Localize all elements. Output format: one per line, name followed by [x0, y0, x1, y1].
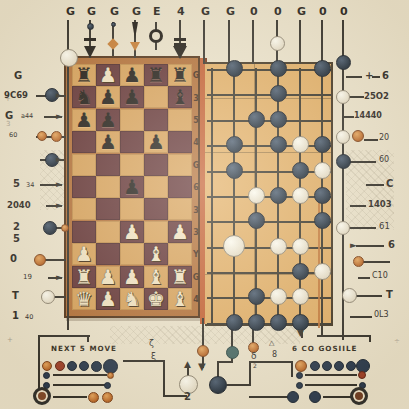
chess-piece-white: ♝: [144, 243, 168, 265]
ornament-spike-icon: [132, 22, 138, 39]
annotation-line: [67, 66, 69, 330]
annotation-text: 34: [26, 182, 34, 189]
annotation-text: T: [12, 291, 19, 301]
annotation-line: [350, 205, 366, 207]
chess-square: [168, 109, 192, 131]
go-stone-black: [248, 314, 265, 331]
annotation-text: T: [386, 290, 393, 300]
chess-square: [168, 198, 192, 220]
arrow-icon: ►: [56, 91, 63, 100]
go-stone-black: [248, 288, 265, 305]
chess-square: [144, 198, 168, 220]
annotation-text: 8: [272, 351, 277, 359]
chess-square: [144, 176, 168, 198]
chess-piece-white: ♞: [120, 288, 144, 310]
dot-orange: [61, 224, 69, 232]
corner-circle: [60, 49, 78, 67]
annotation-text: 0: [10, 254, 17, 264]
ornament-spike-icon: [173, 46, 187, 59]
go-stone-white: [248, 187, 265, 204]
annotation-line: [348, 96, 364, 98]
annotation-line: [299, 20, 301, 64]
chess-square: [168, 176, 192, 198]
annotation-line: [344, 116, 354, 118]
chess-piece-white: ♝: [144, 266, 168, 288]
chess-piece-white: ♜: [72, 266, 96, 288]
ornament-spike-icon: [130, 42, 140, 51]
chess-square: [96, 154, 120, 176]
chess-piece-black: ♜: [144, 64, 168, 86]
annotation-text: 61: [379, 222, 390, 231]
dot-white: [342, 288, 357, 303]
dot-white: [270, 36, 285, 51]
annotation-line: [217, 361, 233, 363]
dot-navy: [104, 382, 111, 389]
annotation-text: +: [5, 96, 11, 103]
go-stone-black: [292, 263, 309, 280]
dot-navy: [296, 382, 303, 389]
go-stone-black: [248, 111, 265, 128]
go-grid-line: [207, 221, 331, 223]
go-grid-line: [207, 94, 331, 96]
top-letter: 4: [177, 6, 185, 17]
dot-orange: [107, 372, 114, 379]
go-stone-white: [223, 235, 245, 257]
go-stone-white: [270, 288, 287, 305]
annotation-text: δ: [251, 352, 257, 361]
annotation-text: C: [386, 179, 393, 189]
annotation-text: 2040: [7, 201, 31, 210]
ringed-circle: [33, 387, 51, 405]
go-stone-black: [314, 60, 331, 77]
chess-piece-black: ♟: [120, 64, 144, 86]
chess-piece-white: ♟: [120, 266, 144, 288]
dot-black: [43, 221, 57, 235]
top-letter: E: [153, 6, 161, 17]
chess-square: [72, 221, 96, 243]
dot-orange: [34, 254, 46, 266]
arrow-icon: ▲: [184, 360, 191, 369]
annotation-text: 60: [379, 156, 389, 164]
dot-navy: [43, 372, 50, 379]
chess-piece-black: ♟: [96, 86, 120, 108]
go-grid-line: [207, 196, 331, 198]
annotation-text: C10: [372, 272, 388, 280]
go-stone-black: [314, 136, 331, 153]
top-letter: G: [297, 6, 306, 17]
chess-square: [72, 198, 96, 220]
annotation-line: [53, 384, 107, 386]
annotation-text: 60: [9, 132, 17, 139]
go-stone-black: [248, 212, 265, 229]
dot-navy: [91, 361, 102, 372]
annotation-line: [123, 360, 165, 362]
annotation-line: [87, 335, 89, 342]
annotation-text: ζ: [149, 339, 154, 348]
dot-navy: [309, 391, 321, 403]
annotation-line: [346, 76, 362, 78]
chess-piece-white: ♟: [168, 221, 192, 243]
go-stone-white: [292, 136, 309, 153]
annotation-text: 6: [388, 240, 395, 250]
annotation-line: [350, 316, 372, 318]
chess-piece-white: ♝: [168, 288, 192, 310]
go-stone-black: [270, 187, 287, 204]
top-letter: G: [201, 6, 210, 17]
annotation-line: [163, 360, 165, 397]
annotation-line: [53, 396, 87, 398]
annotation-text: 5: [13, 234, 20, 244]
annotation-line: [305, 374, 357, 376]
annotation-text: 14440: [354, 112, 382, 120]
dot-orange: [295, 360, 307, 372]
go-stone-black: [226, 314, 243, 331]
dot-orange: [352, 130, 364, 142]
chess-square: [96, 221, 120, 243]
go-stone-black: [270, 136, 287, 153]
annotation-line: [358, 277, 370, 279]
annotation-line: [323, 396, 353, 398]
dot-teal: [226, 346, 239, 359]
arrow-icon: ►: [56, 273, 63, 282]
chess-square: [96, 176, 120, 198]
chess-piece-black: ♞: [72, 86, 96, 108]
chess-piece-white: ♟: [96, 266, 120, 288]
annotation-text: 1403: [368, 200, 392, 209]
top-letter: 0: [340, 6, 348, 17]
dot-black: [336, 55, 351, 70]
go-stone-black: [226, 60, 243, 77]
chess-square: [168, 154, 192, 176]
annotation-line: [348, 161, 376, 163]
go-stone-white: [314, 162, 331, 179]
chess-square: [120, 131, 144, 153]
arrow-icon: ►: [56, 155, 63, 164]
annotation-text: a44: [21, 113, 33, 120]
go-stone-black: [270, 60, 287, 77]
dot-white: [336, 90, 350, 104]
arrow-icon: ►: [350, 241, 357, 250]
chess-square: [120, 198, 144, 220]
annotation-line: [364, 139, 378, 141]
annotation-line: [227, 384, 251, 386]
annotation-line: [38, 335, 90, 337]
go-stone-white: [314, 263, 331, 280]
chess-square: [120, 154, 144, 176]
chess-piece-black: ♜: [72, 64, 96, 86]
go-grid-line: [207, 297, 331, 299]
dot-black: [111, 22, 116, 27]
annotation-text: 6: [382, 71, 389, 81]
dot-orange: [102, 392, 113, 403]
top-letter: 0: [274, 6, 282, 17]
annotation-line: [369, 335, 371, 342]
go-stone-white: [270, 238, 287, 255]
annotation-text: 5: [13, 179, 20, 189]
annotation-line: [252, 20, 254, 64]
dot-navy: [67, 361, 77, 371]
next-move-black-stone: [209, 376, 227, 394]
chess-square: [144, 154, 168, 176]
annotation-line: [44, 259, 66, 261]
dot-navy: [79, 361, 89, 371]
top-letter: 0: [250, 6, 258, 17]
chess-square: [144, 86, 168, 108]
chess-piece-white: ♚: [144, 288, 168, 310]
annotation-text: +: [365, 71, 373, 81]
go-grid-line: [207, 120, 331, 122]
annotation-text: ξ: [151, 352, 156, 361]
chess-piece-black: ♟: [96, 131, 120, 153]
go-stone-black: [292, 162, 309, 179]
go-stone-black: [226, 162, 243, 179]
dot-rust: [55, 361, 65, 371]
chess-square: [72, 154, 96, 176]
top-letter: G: [226, 6, 235, 17]
annotation-line: [305, 384, 357, 386]
go-stone-black: [270, 111, 287, 128]
chess-square: [168, 243, 192, 265]
annotation-text: 20: [379, 134, 389, 142]
go-stone-white: [292, 187, 309, 204]
chess-square: [96, 198, 120, 220]
annotation-text: 1: [12, 311, 19, 321]
dot-navy: [296, 372, 303, 379]
annotation-text: 2: [253, 363, 257, 369]
dot-rust: [358, 371, 366, 379]
dot-navy: [346, 361, 356, 371]
go-stone-black: [314, 187, 331, 204]
annotation-line: [362, 261, 390, 263]
annotation-line: [54, 296, 66, 298]
ringed-circle: [350, 387, 368, 405]
dot-white: [41, 290, 55, 304]
dot-orange: [353, 256, 364, 267]
annotation-text: G: [14, 71, 22, 81]
dot-navy: [287, 391, 299, 403]
go-stone-white: [292, 238, 309, 255]
top-letter: G: [110, 6, 119, 17]
top-letter: G: [87, 6, 96, 17]
ornament-spike-icon: [84, 46, 96, 58]
chess-piece-black: ♜: [168, 64, 192, 86]
center-move-number: 2: [184, 391, 191, 402]
annotation-line: [203, 20, 205, 64]
ornament-diamond-icon: [107, 38, 118, 49]
next-move-title: NEXT 5 MOVE: [51, 344, 117, 353]
dot-orange: [88, 392, 99, 403]
annotation-line: [356, 245, 384, 247]
go-sketch-line: [205, 98, 333, 99]
chess-piece-white: ♟: [72, 243, 96, 265]
annotation-text: 0L3: [374, 311, 389, 319]
arrow-icon: ▼: [198, 362, 206, 372]
chess-square: [120, 243, 144, 265]
chess-piece-black: ♟: [120, 86, 144, 108]
annotation-line: [53, 374, 107, 376]
go-sketch-line: [205, 152, 333, 153]
dot-white: [336, 130, 350, 144]
annotation-line: [348, 227, 376, 229]
go-stone-black: [314, 212, 331, 229]
chess-square: [96, 243, 120, 265]
chess-square: [72, 176, 96, 198]
arrow-icon: ►: [56, 112, 63, 121]
dot-navy: [322, 361, 332, 371]
annotation-line: [174, 38, 186, 41]
dot-black: [336, 154, 351, 169]
dot-orange: [42, 361, 52, 371]
chess-piece-black: ♟: [144, 131, 168, 153]
annotation-text: 40: [25, 314, 33, 321]
annotation-text: ÷: [394, 338, 400, 345]
annotation-text: +: [7, 337, 13, 344]
dot-orange: [37, 131, 47, 141]
chess-piece-white: ♛: [72, 288, 96, 310]
annotation-line: [249, 361, 251, 386]
go-stone-black: [226, 136, 243, 153]
annotation-line: [366, 184, 384, 186]
chess-square: [168, 131, 192, 153]
go-stone-white: [292, 288, 309, 305]
chess-piece-black: ♟: [96, 109, 120, 131]
annotation-line: [317, 335, 371, 337]
annotation-line: [84, 38, 96, 41]
annotation-line: [354, 295, 382, 297]
chess-piece-black: ♟: [120, 176, 144, 198]
top-letter: G: [132, 6, 141, 17]
arrow-icon: ►: [56, 201, 63, 210]
chess-piece-black: ♟: [72, 109, 96, 131]
dot-orange: [51, 131, 62, 142]
dot-white: [336, 221, 350, 235]
annotation-line: [291, 361, 293, 377]
chess-square: [144, 109, 168, 131]
chess-piece-black: ♝: [168, 86, 192, 108]
chess-piece-white: ♜: [168, 266, 192, 288]
annotation-text: 2: [13, 222, 20, 232]
chess-piece-white: ♟: [120, 221, 144, 243]
dot-orange: [197, 345, 209, 357]
arrow-icon: ►: [56, 180, 63, 189]
top-letter: G: [66, 6, 75, 17]
dot-black: [87, 23, 94, 30]
annotation-text: 25O2: [364, 92, 389, 101]
chess-piece-white: ♟: [96, 64, 120, 86]
go-panel-title: 6 CO GOSIILE: [292, 344, 357, 353]
board-illustration: ♜♟♟♜♜♞♟♟♝♟♟♟♟♟♟♟♟♝♜♟♟♝♜♛♟♞♚♝ G354G633YG4…: [0, 0, 409, 409]
dot-navy: [334, 361, 344, 371]
chess-square: [144, 221, 168, 243]
annotation-text: 19: [23, 274, 32, 281]
ornament-ring-icon: [149, 29, 163, 43]
dot-navy: [310, 361, 320, 371]
top-letter: 0: [319, 6, 327, 17]
annotation-text: 3: [6, 121, 10, 128]
chess-square: [120, 109, 144, 131]
go-stone-black: [270, 85, 287, 102]
go-stone-black: [270, 314, 287, 331]
chess-square: [72, 131, 96, 153]
arrow-icon: ▼: [297, 329, 304, 338]
annotation-text: △: [269, 340, 274, 347]
chess-piece-white: ♟: [96, 288, 120, 310]
